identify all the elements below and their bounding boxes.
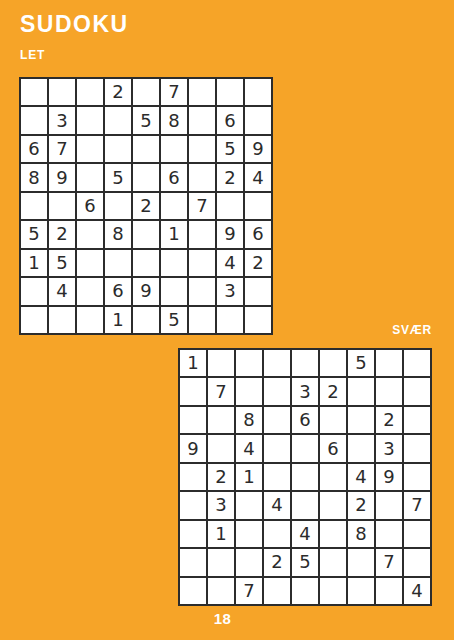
- cell-r7c9-given: 2: [245, 250, 271, 276]
- cell-r7c7-empty: [189, 250, 215, 276]
- cell-r7c7-given: 8: [348, 521, 374, 547]
- cell-r6c8-given: 9: [217, 221, 243, 247]
- cell-r1c6-empty: [320, 350, 346, 376]
- cell-r9c8-empty: [376, 578, 402, 604]
- cell-r8c7-empty: [189, 278, 215, 304]
- cell-r8c5-given: 9: [133, 278, 159, 304]
- cell-r3c4-empty: [105, 136, 131, 162]
- cell-r2c4-empty: [264, 378, 290, 404]
- cell-r3c2-given: 7: [49, 136, 75, 162]
- cell-r9c7-empty: [348, 578, 374, 604]
- cell-r8c6-empty: [161, 278, 187, 304]
- cell-r4c5-empty: [133, 164, 159, 190]
- cell-r5c4-empty: [264, 464, 290, 490]
- cell-r2c3-empty: [236, 378, 262, 404]
- cell-r2c4-empty: [105, 107, 131, 133]
- cell-r5c9-empty: [245, 193, 271, 219]
- cell-r9c1-empty: [180, 578, 206, 604]
- sudoku-grid-easy: 27358667598956246275281961542469315: [19, 77, 273, 335]
- cell-r8c8-given: 7: [376, 549, 402, 575]
- cell-r1c6-given: 7: [161, 79, 187, 105]
- cell-r2c7-empty: [348, 378, 374, 404]
- cell-r7c8-given: 4: [217, 250, 243, 276]
- cell-r6c6-given: 1: [161, 221, 187, 247]
- cell-r2c5-given: 3: [292, 378, 318, 404]
- cell-r4c7-empty: [348, 435, 374, 461]
- cell-r9c4-given: 1: [105, 307, 131, 333]
- cell-r2c9-empty: [245, 107, 271, 133]
- cell-r1c9-empty: [245, 79, 271, 105]
- cell-r6c4-given: 8: [105, 221, 131, 247]
- cell-r7c6-empty: [320, 521, 346, 547]
- cell-r8c7-empty: [348, 549, 374, 575]
- cell-r1c2-empty: [49, 79, 75, 105]
- cell-r6c5-empty: [133, 221, 159, 247]
- cell-r7c1-empty: [180, 521, 206, 547]
- cell-r8c4-given: 6: [105, 278, 131, 304]
- cell-r4c1-given: 9: [180, 435, 206, 461]
- cell-r2c8-empty: [376, 378, 402, 404]
- cell-r3c7-empty: [348, 407, 374, 433]
- cell-r7c2-given: 5: [49, 250, 75, 276]
- cell-r5c7-given: 7: [189, 193, 215, 219]
- cell-r3c2-empty: [208, 407, 234, 433]
- cell-r3c4-empty: [264, 407, 290, 433]
- cell-r9c4-empty: [264, 578, 290, 604]
- sudoku-grid-hard: 1573286294632149342714825774: [178, 348, 432, 606]
- cell-r4c8-given: 2: [217, 164, 243, 190]
- cell-r7c5-given: 4: [292, 521, 318, 547]
- cell-r7c5-empty: [133, 250, 159, 276]
- cell-r3c6-empty: [161, 136, 187, 162]
- cell-r5c5-given: 2: [133, 193, 159, 219]
- cell-r2c7-empty: [189, 107, 215, 133]
- cell-r8c6-empty: [320, 549, 346, 575]
- cell-r1c9-empty: [404, 350, 430, 376]
- cell-r9c5-empty: [133, 307, 159, 333]
- cell-r7c9-empty: [404, 521, 430, 547]
- cell-r6c6-empty: [320, 492, 346, 518]
- cell-r8c3-empty: [236, 549, 262, 575]
- cell-r4c4-given: 5: [105, 164, 131, 190]
- cell-r7c2-given: 1: [208, 521, 234, 547]
- cell-r5c1-empty: [180, 464, 206, 490]
- cell-r9c3-empty: [77, 307, 103, 333]
- cell-r5c1-empty: [21, 193, 47, 219]
- cell-r4c6-given: 6: [320, 435, 346, 461]
- cell-r8c8-given: 3: [217, 278, 243, 304]
- cell-r6c7-empty: [189, 221, 215, 247]
- cell-r2c6-given: 8: [161, 107, 187, 133]
- cell-r8c3-empty: [77, 278, 103, 304]
- cell-r1c8-empty: [376, 350, 402, 376]
- cell-r2c2-given: 3: [49, 107, 75, 133]
- sudoku-page: SUDOKU LET 27358667598956246275281961542…: [0, 0, 454, 640]
- cell-r7c1-given: 1: [21, 250, 47, 276]
- cell-r3c9-given: 9: [245, 136, 271, 162]
- cell-r3c5-empty: [133, 136, 159, 162]
- cell-r5c2-empty: [49, 193, 75, 219]
- cell-r2c6-given: 2: [320, 378, 346, 404]
- cell-r4c8-given: 3: [376, 435, 402, 461]
- cell-r3c1-empty: [180, 407, 206, 433]
- cell-r4c5-empty: [292, 435, 318, 461]
- cell-r9c2-empty: [49, 307, 75, 333]
- cell-r3c7-empty: [189, 136, 215, 162]
- cell-r5c2-given: 2: [208, 464, 234, 490]
- cell-r9c3-given: 7: [236, 578, 262, 604]
- cell-r8c1-empty: [21, 278, 47, 304]
- cell-r3c3-given: 8: [236, 407, 262, 433]
- cell-r6c5-empty: [292, 492, 318, 518]
- cell-r5c6-empty: [320, 464, 346, 490]
- cell-r6c1-given: 5: [21, 221, 47, 247]
- cell-r6c9-given: 7: [404, 492, 430, 518]
- cell-r6c2-given: 2: [49, 221, 75, 247]
- cell-r1c7-empty: [189, 79, 215, 105]
- cell-r5c3-given: 1: [236, 464, 262, 490]
- cell-r9c5-empty: [292, 578, 318, 604]
- cell-r4c1-given: 8: [21, 164, 47, 190]
- cell-r4c3-given: 4: [236, 435, 262, 461]
- cell-r8c1-empty: [180, 549, 206, 575]
- cell-r2c1-empty: [21, 107, 47, 133]
- cell-r3c6-empty: [320, 407, 346, 433]
- cell-r3c5-given: 6: [292, 407, 318, 433]
- cell-r8c5-given: 5: [292, 549, 318, 575]
- cell-r4c9-given: 4: [245, 164, 271, 190]
- cell-r2c3-empty: [77, 107, 103, 133]
- cell-r3c3-empty: [77, 136, 103, 162]
- cell-r5c3-given: 6: [77, 193, 103, 219]
- cell-r7c6-empty: [161, 250, 187, 276]
- cell-r7c3-empty: [77, 250, 103, 276]
- cell-r3c9-empty: [404, 407, 430, 433]
- cell-r8c2-empty: [208, 549, 234, 575]
- cell-r6c7-given: 2: [348, 492, 374, 518]
- cell-r2c8-given: 6: [217, 107, 243, 133]
- cell-r8c4-given: 2: [264, 549, 290, 575]
- cell-r5c5-empty: [292, 464, 318, 490]
- cell-r1c1-empty: [21, 79, 47, 105]
- cell-r2c9-empty: [404, 378, 430, 404]
- cell-r7c4-empty: [105, 250, 131, 276]
- difficulty-label-easy: LET: [20, 48, 45, 62]
- cell-r9c1-empty: [21, 307, 47, 333]
- difficulty-label-hard: SVÆR: [178, 323, 432, 337]
- cell-r3c1-given: 6: [21, 136, 47, 162]
- cell-r5c6-empty: [161, 193, 187, 219]
- cell-r9c9-given: 4: [404, 578, 430, 604]
- cell-r4c2-given: 9: [49, 164, 75, 190]
- cell-r1c1-given: 1: [180, 350, 206, 376]
- cell-r5c4-empty: [105, 193, 131, 219]
- cell-r7c4-empty: [264, 521, 290, 547]
- cell-r1c7-given: 5: [348, 350, 374, 376]
- cell-r4c6-given: 6: [161, 164, 187, 190]
- cell-r4c2-empty: [208, 435, 234, 461]
- cell-r2c2-given: 7: [208, 378, 234, 404]
- cell-r8c2-given: 4: [49, 278, 75, 304]
- cell-r6c3-empty: [236, 492, 262, 518]
- cell-r1c5-empty: [292, 350, 318, 376]
- cell-r1c3-empty: [236, 350, 262, 376]
- cell-r2c1-empty: [180, 378, 206, 404]
- cell-r4c7-empty: [189, 164, 215, 190]
- cell-r5c8-empty: [217, 193, 243, 219]
- cell-r6c8-empty: [376, 492, 402, 518]
- cell-r7c8-empty: [376, 521, 402, 547]
- cell-r9c2-empty: [208, 578, 234, 604]
- cell-r9c6-empty: [320, 578, 346, 604]
- cell-r1c8-empty: [217, 79, 243, 105]
- cell-r6c1-empty: [180, 492, 206, 518]
- cell-r5c8-given: 9: [376, 464, 402, 490]
- cell-r8c9-empty: [404, 549, 430, 575]
- cell-r1c4-given: 2: [105, 79, 131, 105]
- cell-r1c3-empty: [77, 79, 103, 105]
- cell-r1c2-empty: [208, 350, 234, 376]
- cell-r4c4-empty: [264, 435, 290, 461]
- page-title: SUDOKU: [20, 12, 129, 37]
- page-number: 18: [0, 610, 445, 627]
- cell-r4c3-empty: [77, 164, 103, 190]
- cell-r8c9-empty: [245, 278, 271, 304]
- cell-r3c8-given: 2: [376, 407, 402, 433]
- cell-r6c9-given: 6: [245, 221, 271, 247]
- cell-r3c8-given: 5: [217, 136, 243, 162]
- cell-r4c9-empty: [404, 435, 430, 461]
- cell-r5c7-given: 4: [348, 464, 374, 490]
- cell-r1c5-empty: [133, 79, 159, 105]
- cell-r6c3-empty: [77, 221, 103, 247]
- cell-r5c9-empty: [404, 464, 430, 490]
- cell-r6c4-given: 4: [264, 492, 290, 518]
- cell-r6c2-given: 3: [208, 492, 234, 518]
- cell-r7c3-empty: [236, 521, 262, 547]
- cell-r2c5-given: 5: [133, 107, 159, 133]
- cell-r1c4-empty: [264, 350, 290, 376]
